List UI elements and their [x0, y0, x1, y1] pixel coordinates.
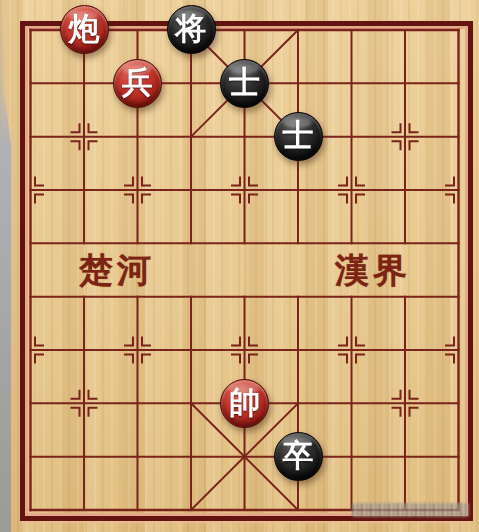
piece-black-advisor-2[interactable]: 士	[274, 112, 323, 161]
piece-glyph: 卒	[283, 440, 314, 473]
board-intersection-grid[interactable]: 炮将兵士士帥卒	[4, 3, 479, 532]
piece-glyph: 兵	[122, 67, 153, 100]
piece-glyph: 炮	[69, 13, 100, 46]
piece-red-cannon[interactable]: 炮	[60, 5, 109, 54]
piece-glyph: 士	[229, 67, 260, 100]
watermark	[352, 503, 469, 517]
piece-glyph: 帥	[229, 387, 260, 420]
piece-black-soldier[interactable]: 卒	[274, 432, 323, 481]
xiangqi-board: 楚河 漢界 炮将兵士士帥卒	[0, 0, 479, 532]
piece-glyph: 将	[176, 13, 207, 46]
piece-glyph: 士	[283, 120, 314, 153]
piece-red-general[interactable]: 帥	[220, 379, 269, 428]
piece-red-soldier[interactable]: 兵	[113, 59, 162, 108]
piece-black-advisor-1[interactable]: 士	[220, 59, 269, 108]
piece-black-general[interactable]: 将	[167, 5, 216, 54]
